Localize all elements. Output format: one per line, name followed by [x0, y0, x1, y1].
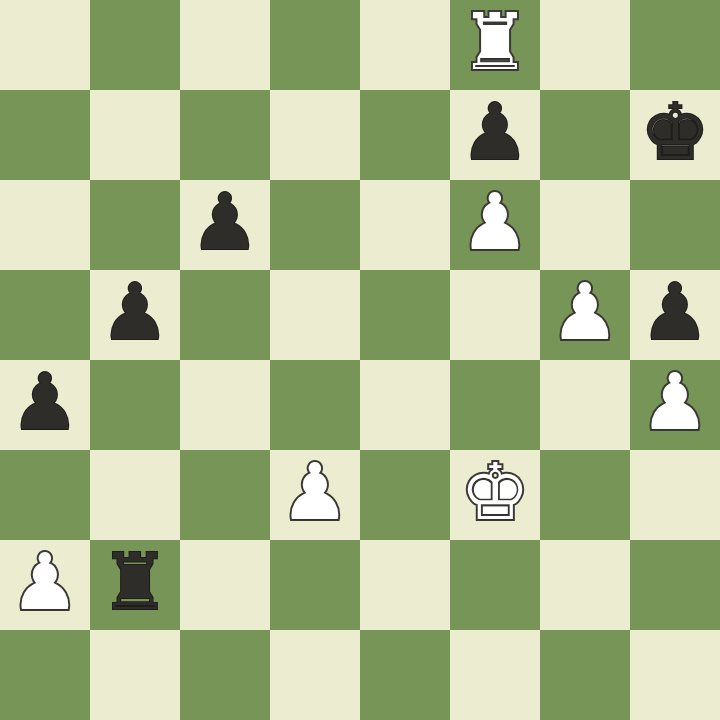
- black-pawn[interactable]: ♟: [460, 87, 530, 177]
- square-d2[interactable]: [270, 540, 360, 630]
- square-f1[interactable]: [450, 630, 540, 720]
- square-a2[interactable]: ♟: [0, 540, 90, 630]
- white-pawn[interactable]: ♟: [550, 267, 620, 357]
- square-b1[interactable]: [90, 630, 180, 720]
- square-a6[interactable]: [0, 180, 90, 270]
- square-c4[interactable]: [180, 360, 270, 450]
- square-a1[interactable]: [0, 630, 90, 720]
- chess-board: ♜♟♚♟♟♟♟♟♟♟♟♚♟♜: [0, 0, 720, 720]
- black-pawn[interactable]: ♟: [190, 177, 260, 267]
- square-e4[interactable]: [360, 360, 450, 450]
- white-rook[interactable]: ♜: [460, 0, 530, 87]
- black-pawn[interactable]: ♟: [640, 267, 710, 357]
- square-h7[interactable]: ♚: [630, 90, 720, 180]
- square-g6[interactable]: [540, 180, 630, 270]
- square-d3[interactable]: ♟: [270, 450, 360, 540]
- square-h6[interactable]: [630, 180, 720, 270]
- square-f4[interactable]: [450, 360, 540, 450]
- square-h2[interactable]: [630, 540, 720, 630]
- square-b5[interactable]: ♟: [90, 270, 180, 360]
- square-c3[interactable]: [180, 450, 270, 540]
- black-rook[interactable]: ♜: [100, 537, 170, 627]
- square-e5[interactable]: [360, 270, 450, 360]
- square-g8[interactable]: [540, 0, 630, 90]
- square-d8[interactable]: [270, 0, 360, 90]
- square-g1[interactable]: [540, 630, 630, 720]
- square-e6[interactable]: [360, 180, 450, 270]
- square-a8[interactable]: [0, 0, 90, 90]
- square-e1[interactable]: [360, 630, 450, 720]
- square-d1[interactable]: [270, 630, 360, 720]
- square-g4[interactable]: [540, 360, 630, 450]
- white-pawn[interactable]: ♟: [280, 447, 350, 537]
- square-a7[interactable]: [0, 90, 90, 180]
- black-pawn[interactable]: ♟: [10, 357, 80, 447]
- square-f8[interactable]: ♜: [450, 0, 540, 90]
- square-g7[interactable]: [540, 90, 630, 180]
- square-b3[interactable]: [90, 450, 180, 540]
- square-e8[interactable]: [360, 0, 450, 90]
- square-h8[interactable]: [630, 0, 720, 90]
- square-f7[interactable]: ♟: [450, 90, 540, 180]
- square-b7[interactable]: [90, 90, 180, 180]
- square-e3[interactable]: [360, 450, 450, 540]
- white-pawn[interactable]: ♟: [460, 177, 530, 267]
- square-c7[interactable]: [180, 90, 270, 180]
- square-b2[interactable]: ♜: [90, 540, 180, 630]
- square-d7[interactable]: [270, 90, 360, 180]
- square-h5[interactable]: ♟: [630, 270, 720, 360]
- square-b8[interactable]: [90, 0, 180, 90]
- square-f2[interactable]: [450, 540, 540, 630]
- square-a5[interactable]: [0, 270, 90, 360]
- square-c8[interactable]: [180, 0, 270, 90]
- square-e7[interactable]: [360, 90, 450, 180]
- white-king[interactable]: ♚: [460, 447, 530, 537]
- square-h3[interactable]: [630, 450, 720, 540]
- square-c6[interactable]: ♟: [180, 180, 270, 270]
- square-a3[interactable]: [0, 450, 90, 540]
- square-a4[interactable]: ♟: [0, 360, 90, 450]
- black-pawn[interactable]: ♟: [100, 267, 170, 357]
- square-f5[interactable]: [450, 270, 540, 360]
- square-b6[interactable]: [90, 180, 180, 270]
- square-f6[interactable]: ♟: [450, 180, 540, 270]
- square-g3[interactable]: [540, 450, 630, 540]
- square-b4[interactable]: [90, 360, 180, 450]
- square-g2[interactable]: [540, 540, 630, 630]
- square-h4[interactable]: ♟: [630, 360, 720, 450]
- white-pawn[interactable]: ♟: [640, 357, 710, 447]
- square-c1[interactable]: [180, 630, 270, 720]
- square-g5[interactable]: ♟: [540, 270, 630, 360]
- square-d6[interactable]: [270, 180, 360, 270]
- square-c5[interactable]: [180, 270, 270, 360]
- square-d4[interactable]: [270, 360, 360, 450]
- white-pawn[interactable]: ♟: [10, 537, 80, 627]
- black-king[interactable]: ♚: [640, 87, 710, 177]
- square-h1[interactable]: [630, 630, 720, 720]
- square-d5[interactable]: [270, 270, 360, 360]
- square-c2[interactable]: [180, 540, 270, 630]
- square-e2[interactable]: [360, 540, 450, 630]
- square-f3[interactable]: ♚: [450, 450, 540, 540]
